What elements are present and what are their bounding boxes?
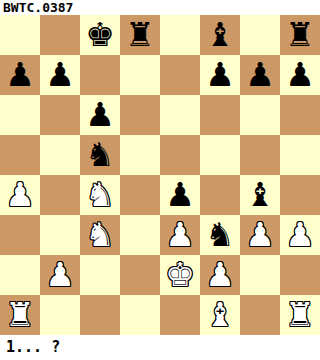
position-title: BWTC.0387 [0,0,320,15]
piece-white-king: ♚ [160,255,200,295]
square-g6[interactable] [240,95,280,135]
square-f4[interactable] [200,175,240,215]
square-c1[interactable] [80,295,120,335]
square-c4[interactable]: ♞ [80,175,120,215]
piece-black-pawn: ♟ [240,55,280,95]
square-e6[interactable] [160,95,200,135]
square-h4[interactable] [280,175,320,215]
piece-white-pawn: ♟ [160,215,200,255]
piece-white-rook: ♜ [0,295,40,335]
square-b5[interactable] [40,135,80,175]
square-f8[interactable]: ♝ [200,15,240,55]
square-e2[interactable]: ♚ [160,255,200,295]
square-c8[interactable]: ♚ [80,15,120,55]
piece-black-king: ♚ [80,15,120,55]
square-g5[interactable] [240,135,280,175]
square-e3[interactable]: ♟ [160,215,200,255]
square-g7[interactable]: ♟ [240,55,280,95]
square-h1[interactable]: ♜ [280,295,320,335]
square-f5[interactable] [200,135,240,175]
piece-white-knight: ♞ [80,175,120,215]
square-b8[interactable] [40,15,80,55]
square-c3[interactable]: ♞ [80,215,120,255]
square-d3[interactable] [120,215,160,255]
square-f2[interactable]: ♟ [200,255,240,295]
square-d7[interactable] [120,55,160,95]
square-b6[interactable] [40,95,80,135]
square-c2[interactable] [80,255,120,295]
piece-white-knight: ♞ [80,215,120,255]
square-a3[interactable] [0,215,40,255]
piece-white-pawn: ♟ [200,255,240,295]
square-g2[interactable] [240,255,280,295]
square-d5[interactable] [120,135,160,175]
square-f3[interactable]: ♞ [200,215,240,255]
square-e5[interactable] [160,135,200,175]
square-a6[interactable] [0,95,40,135]
square-g3[interactable]: ♟ [240,215,280,255]
piece-black-rook: ♜ [280,15,320,55]
piece-black-pawn: ♟ [0,55,40,95]
square-d2[interactable] [120,255,160,295]
piece-black-rook: ♜ [120,15,160,55]
piece-black-bishop: ♝ [200,15,240,55]
square-d6[interactable] [120,95,160,135]
piece-black-knight: ♞ [80,135,120,175]
piece-black-pawn: ♟ [40,55,80,95]
piece-white-pawn: ♟ [0,175,40,215]
square-a7[interactable]: ♟ [0,55,40,95]
piece-white-rook: ♜ [280,295,320,335]
square-b4[interactable] [40,175,80,215]
piece-black-pawn: ♟ [200,55,240,95]
square-f1[interactable]: ♝ [200,295,240,335]
piece-black-pawn: ♟ [160,175,200,215]
square-c6[interactable]: ♟ [80,95,120,135]
square-b1[interactable] [40,295,80,335]
square-c5[interactable]: ♞ [80,135,120,175]
square-e1[interactable] [160,295,200,335]
square-a5[interactable] [0,135,40,175]
square-b3[interactable] [40,215,80,255]
square-a1[interactable]: ♜ [0,295,40,335]
square-a8[interactable] [0,15,40,55]
square-e7[interactable] [160,55,200,95]
square-g1[interactable] [240,295,280,335]
square-a2[interactable] [0,255,40,295]
piece-white-pawn: ♟ [240,215,280,255]
piece-white-bishop: ♝ [200,295,240,335]
square-e4[interactable]: ♟ [160,175,200,215]
square-b7[interactable]: ♟ [40,55,80,95]
square-h8[interactable]: ♜ [280,15,320,55]
square-e8[interactable] [160,15,200,55]
move-prompt: 1... ? [0,335,320,360]
piece-black-pawn: ♟ [80,95,120,135]
square-h5[interactable] [280,135,320,175]
square-c7[interactable] [80,55,120,95]
square-h2[interactable] [280,255,320,295]
square-h3[interactable]: ♟ [280,215,320,255]
square-g4[interactable]: ♝ [240,175,280,215]
piece-black-bishop: ♝ [240,175,280,215]
square-d8[interactable]: ♜ [120,15,160,55]
piece-black-pawn: ♟ [280,55,320,95]
piece-white-pawn: ♟ [280,215,320,255]
piece-black-knight: ♞ [200,215,240,255]
chess-board: ♚♜♝♜♟♟♟♟♟♟♞♟♞♟♝♞♟♞♟♟♟♚♟♜♝♜ [0,15,320,335]
square-d4[interactable] [120,175,160,215]
square-a4[interactable]: ♟ [0,175,40,215]
square-d1[interactable] [120,295,160,335]
square-h6[interactable] [280,95,320,135]
square-h7[interactable]: ♟ [280,55,320,95]
square-g8[interactable] [240,15,280,55]
square-b2[interactable]: ♟ [40,255,80,295]
square-f7[interactable]: ♟ [200,55,240,95]
piece-white-pawn: ♟ [40,255,80,295]
square-f6[interactable] [200,95,240,135]
